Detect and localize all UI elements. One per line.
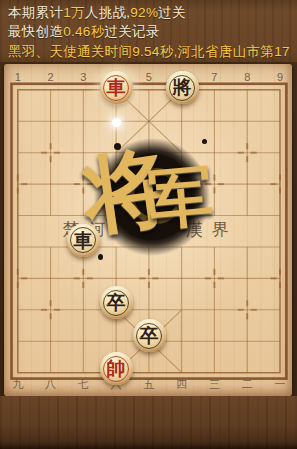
xiangqi-board[interactable]: 123456789 九八七六五四三二一 楚河漢界 車將車卒卒帥 将 军 [0, 62, 297, 396]
app-screen: 本期累计1万人挑战,92%过关 最快创造0.46秒过关记录 黑羽、天使通关时间9… [0, 0, 297, 449]
coordinate-label: 7 [211, 71, 217, 83]
banner-text: 1万 [63, 5, 85, 20]
piece-black-卒[interactable]: 卒 [133, 319, 166, 352]
coordinate-label: 八 [45, 376, 56, 391]
banner-text: 最快创造 [8, 24, 63, 39]
piece-red-車[interactable]: 車 [100, 71, 133, 104]
coordinate-label: 8 [244, 71, 250, 83]
coordinate-label: 5 [146, 71, 152, 83]
coordinate-label: 五 [143, 376, 154, 391]
event-banner: 本期累计1万人挑战,92%过关 最快创造0.46秒过关记录 黑羽、天使通关时间9… [0, 0, 297, 62]
banner-text: 92% [130, 5, 158, 20]
coordinate-label: 三 [209, 376, 220, 391]
banner-line-1: 本期累计1万人挑战,92%过关 [0, 3, 297, 23]
coordinate-label: 2 [48, 71, 54, 83]
banner-text: 过关 [158, 5, 186, 20]
coordinate-label: 一 [275, 376, 286, 391]
piece-character: 卒 [100, 286, 133, 319]
piece-black-卒[interactable]: 卒 [100, 286, 133, 319]
piece-character: 車 [67, 224, 100, 257]
coordinate-label: 四 [176, 376, 187, 391]
status-bar: 步数:4 00:10 评论27 [0, 396, 297, 449]
coordinate-label: 七 [78, 376, 89, 391]
banner-line-2: 最快创造0.46秒过关记录 [0, 22, 297, 42]
coordinate-label: 9 [277, 71, 283, 83]
banner-text: 过关记录 [104, 24, 159, 39]
river-label-char: 漢 [186, 218, 203, 241]
coordinate-label: 3 [80, 71, 86, 83]
coordinate-label: 二 [242, 376, 253, 391]
piece-character: 帥 [100, 352, 133, 385]
banner-text: 0.46秒 [63, 24, 104, 39]
piece-character: 車 [100, 71, 133, 104]
piece-black-將[interactable]: 將 [166, 71, 199, 104]
piece-red-帥[interactable]: 帥 [100, 352, 133, 385]
banner-text: 黑羽、天使通关时间9.54秒,河北省唐山市第17 [8, 44, 290, 59]
piece-character: 將 [166, 71, 199, 104]
banner-line-3: 黑羽、天使通关时间9.54秒,河北省唐山市第17 [0, 42, 297, 62]
piece-character: 卒 [133, 319, 166, 352]
banner-text: 人挑战, [85, 5, 130, 20]
coordinate-label: 九 [12, 376, 23, 391]
river-label-char: 界 [212, 218, 229, 241]
piece-black-車[interactable]: 車 [67, 224, 100, 257]
coordinate-label: 1 [15, 71, 21, 83]
banner-text: 本期累计 [8, 5, 63, 20]
